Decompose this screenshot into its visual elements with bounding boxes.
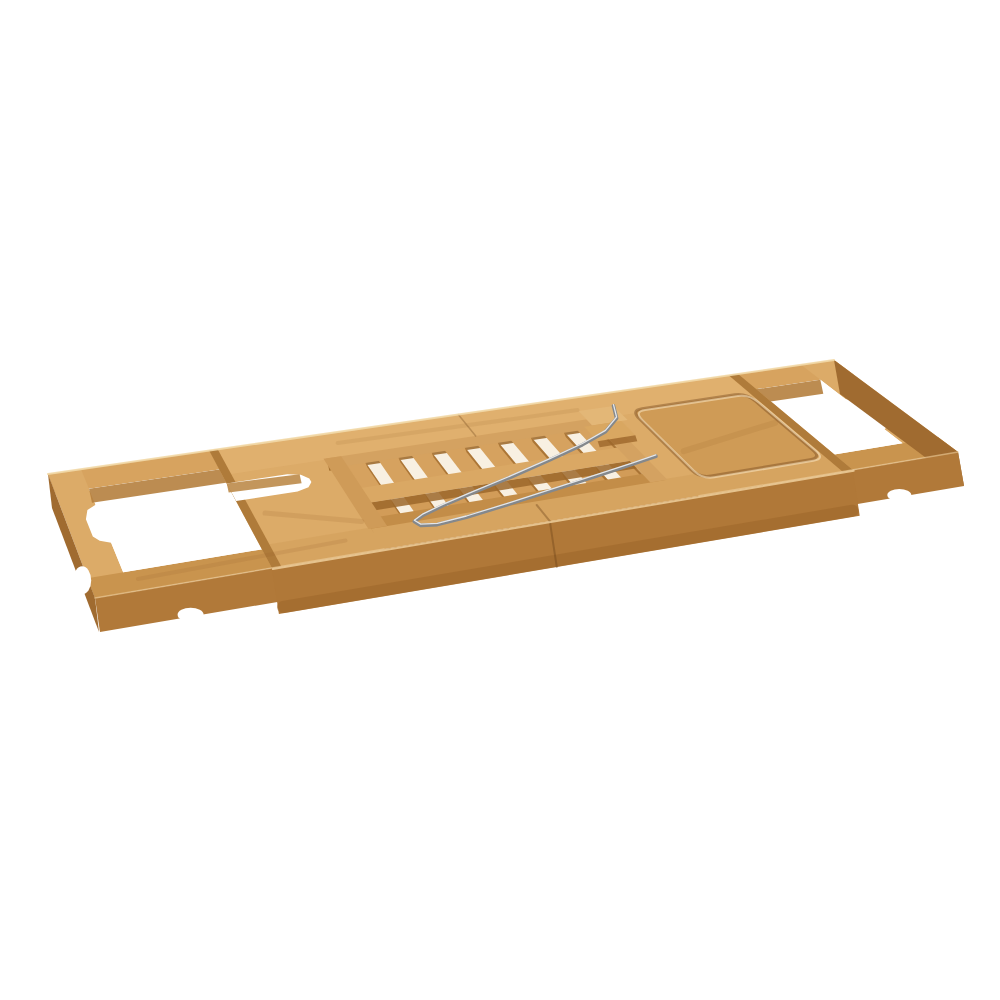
product-photo-canvas: [0, 0, 1000, 1000]
left-front-foot-scallop: [178, 608, 204, 622]
right-front-foot-scallop: [887, 489, 911, 501]
bamboo-bath-caddy-tray-photo: [0, 0, 1000, 1000]
left-foot-scallop: [73, 566, 91, 594]
